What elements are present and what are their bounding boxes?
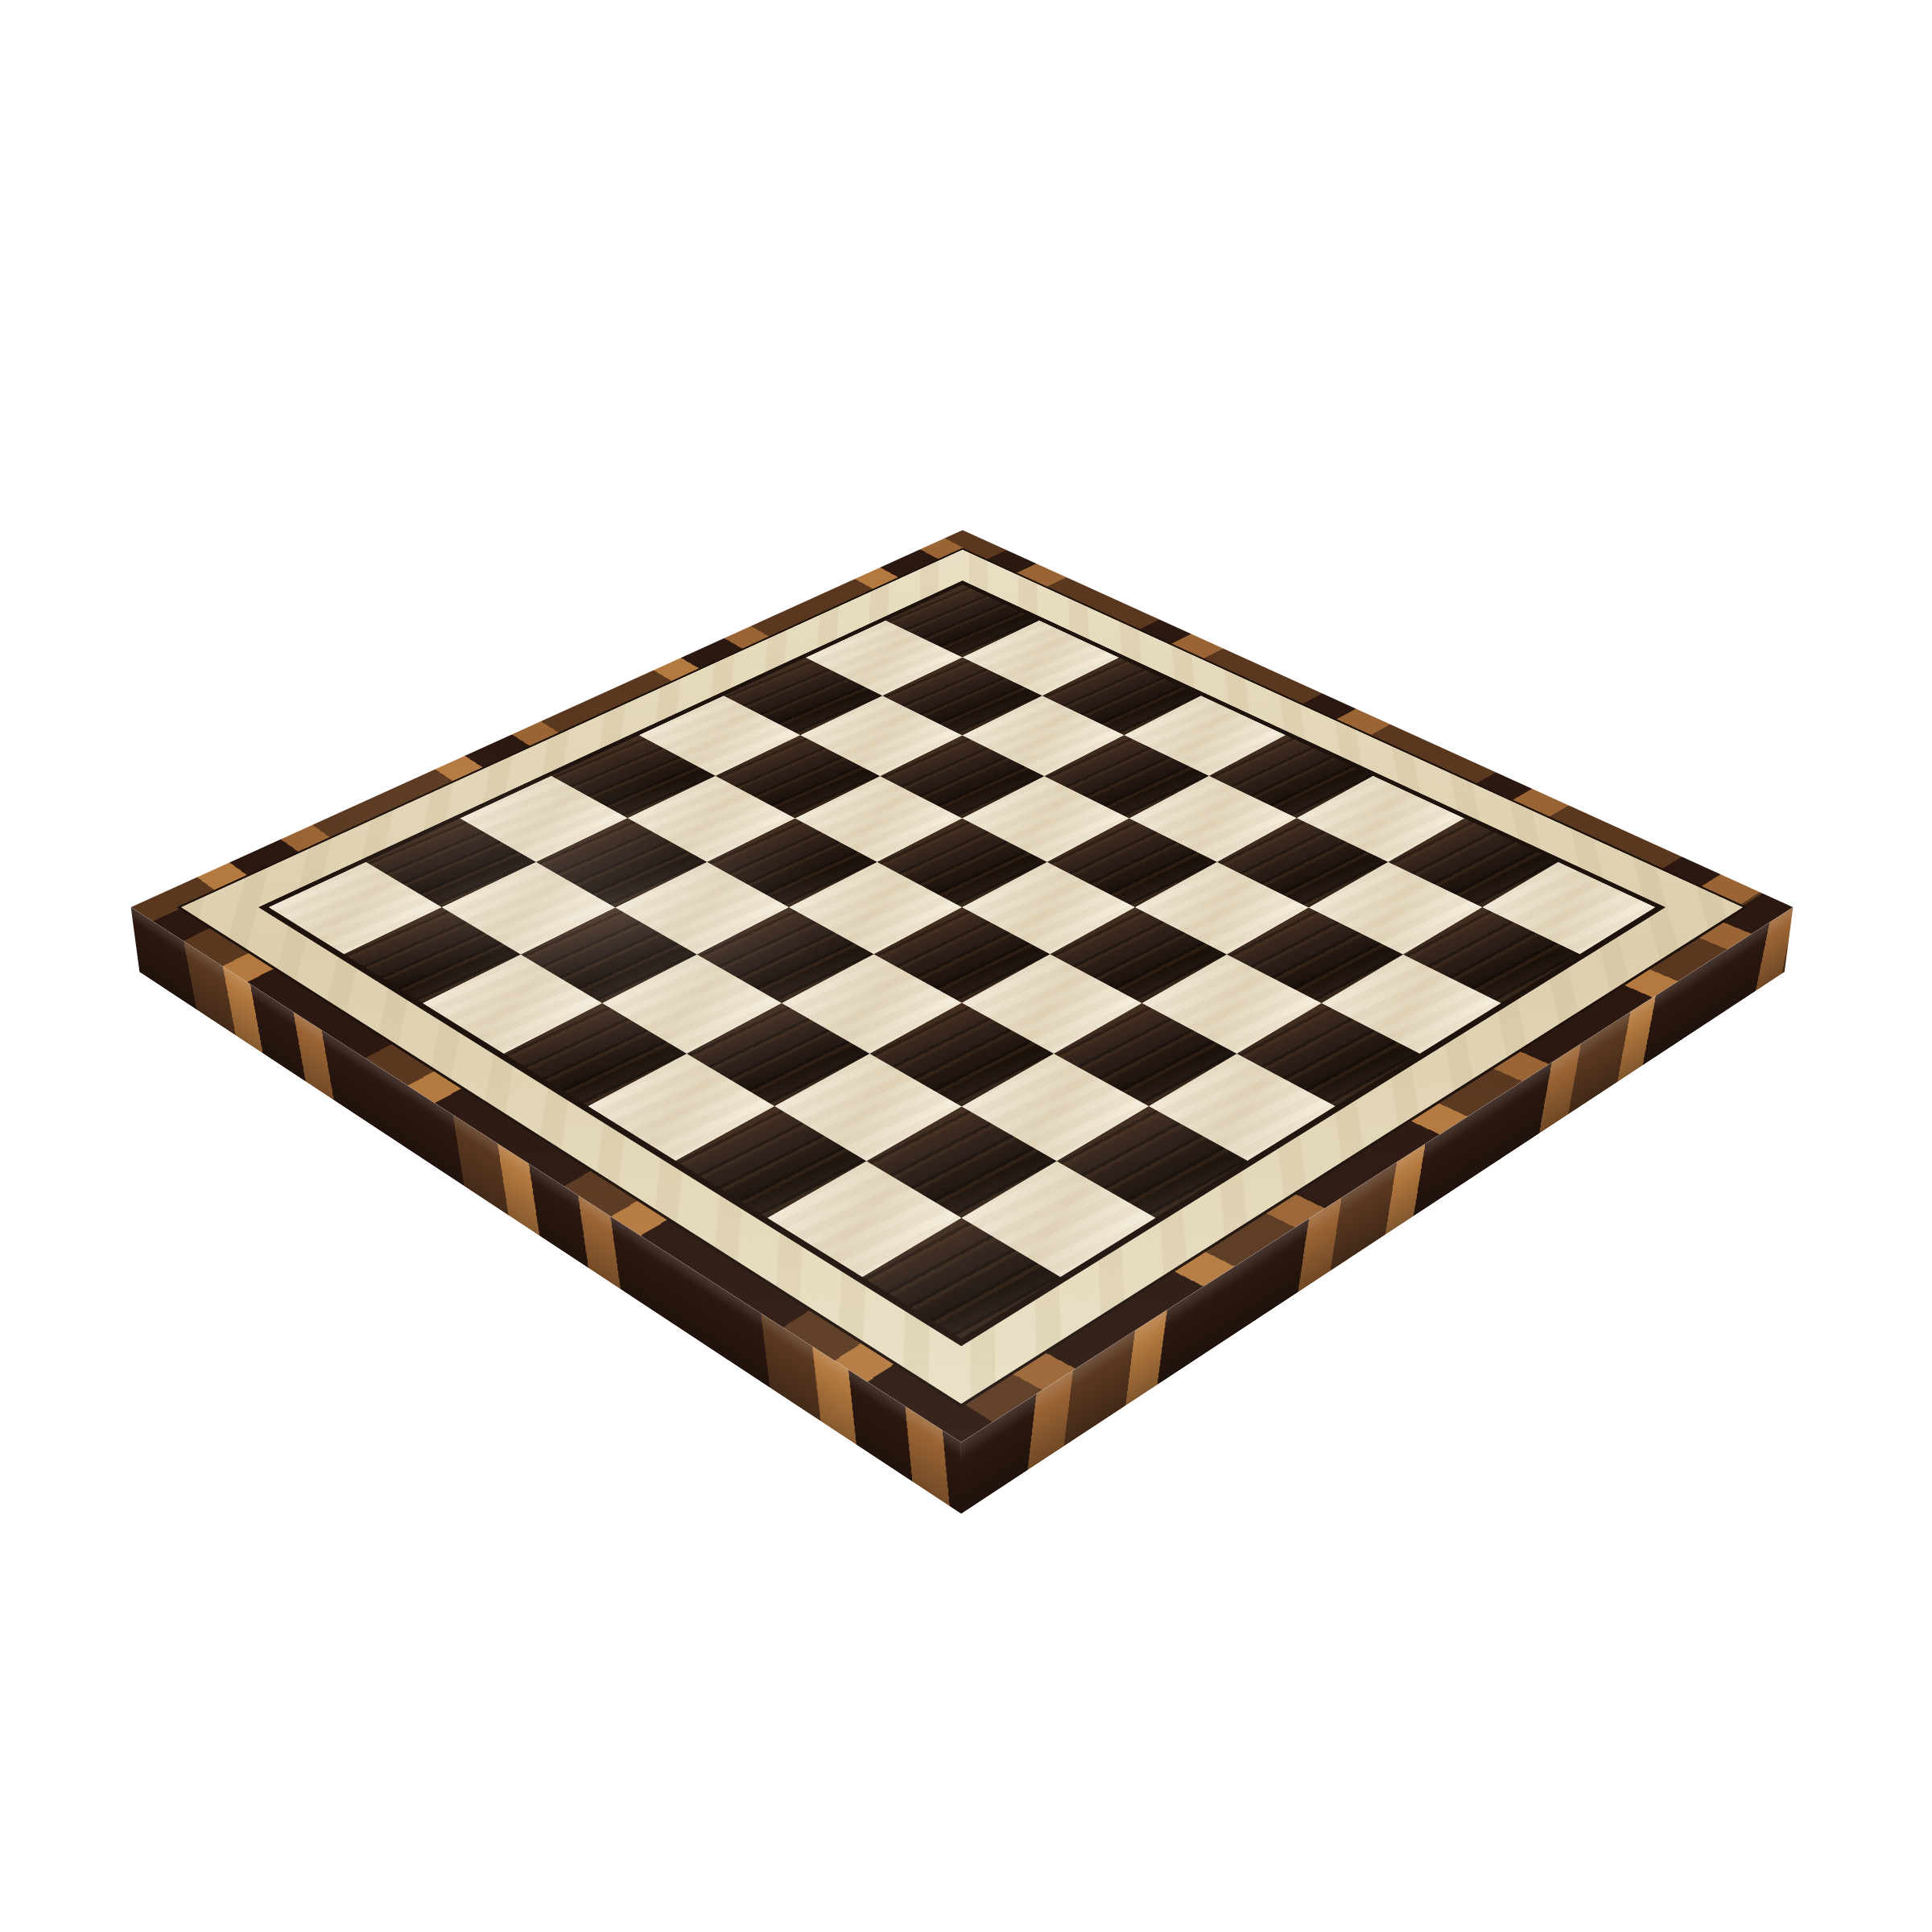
square-r4c4-dark-empty — [873, 907, 1050, 1003]
square-r2c6-dark-empty — [1227, 907, 1403, 1003]
square-r4c6-dark-empty — [1054, 1003, 1237, 1106]
square-r7c3-dark-empty — [504, 1003, 687, 1106]
square-r4c5-light-empty — [962, 954, 1141, 1053]
square-r4c7-light-empty — [1149, 1054, 1335, 1161]
square-r6c5-light-empty — [775, 1054, 962, 1161]
square-r7c6-light-empty — [767, 1161, 961, 1277]
playing-field-grid — [269, 584, 1656, 1339]
square-r3c6-light-empty — [1141, 954, 1321, 1053]
board-top-face — [131, 530, 1794, 1442]
chessboard-scene — [0, 0, 1932, 1932]
square-r2c7-light-empty — [1322, 954, 1501, 1053]
square-r7c4-light-empty — [588, 1054, 774, 1161]
square-r6c2-dark-empty — [521, 907, 697, 1003]
frame-rim-near-left-edge — [131, 894, 993, 1443]
chessboard — [131, 530, 1794, 1442]
square-r5c4-light-empty — [782, 954, 961, 1053]
square-r5c5-dark-empty — [870, 1003, 1054, 1106]
square-r3c5-dark-empty — [1051, 907, 1227, 1003]
playing-field-inlay-line — [258, 580, 1666, 1346]
square-r7c1-dark-empty — [344, 907, 520, 1003]
frame-rim-far-right-edge — [930, 894, 1793, 1443]
square-r7c5-dark-empty — [675, 1106, 866, 1218]
square-r1c7-dark-empty — [1403, 907, 1579, 1003]
square-r5c7-dark-empty — [1057, 1106, 1248, 1218]
square-r6c3-light-empty — [602, 954, 782, 1053]
square-r7c2-light-empty — [423, 954, 602, 1053]
square-r5c3-dark-empty — [697, 907, 873, 1003]
square-r5c6-light-empty — [962, 1054, 1149, 1161]
page-background: { "game": "chess", "scene_description": … — [0, 0, 1932, 1932]
square-r7c7-dark-empty — [862, 1218, 1060, 1339]
square-r3c7-dark-empty — [1236, 1003, 1420, 1106]
square-r6c7-light-empty — [961, 1161, 1155, 1277]
square-r6c4-dark-empty — [687, 1003, 870, 1106]
square-r6c6-dark-empty — [866, 1106, 1057, 1218]
